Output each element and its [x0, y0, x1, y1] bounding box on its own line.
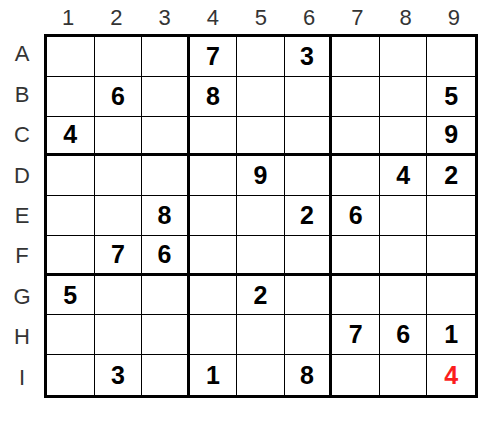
cell-E6[interactable]: 2 — [285, 196, 333, 236]
cell-H5[interactable] — [237, 315, 285, 355]
cell-F7[interactable] — [332, 236, 380, 276]
cell-F4[interactable] — [190, 236, 238, 276]
cell-I5[interactable] — [237, 355, 285, 395]
sudoku-page: 123456789 ABCDEFGHI 73685499428267652761… — [0, 0, 498, 421]
cell-I6[interactable]: 8 — [285, 355, 333, 395]
col-label-8: 8 — [382, 0, 430, 34]
cell-G3[interactable] — [142, 276, 190, 316]
cell-G6[interactable] — [285, 276, 333, 316]
col-label-9: 9 — [430, 0, 478, 34]
row-label-A: A — [0, 34, 44, 74]
cell-C8[interactable] — [380, 117, 428, 157]
cell-A5[interactable] — [237, 37, 285, 77]
cell-H3[interactable] — [142, 315, 190, 355]
row-label-D: D — [0, 155, 44, 195]
row-label-I: I — [0, 358, 44, 398]
cell-D1[interactable] — [47, 156, 95, 196]
cell-E1[interactable] — [47, 196, 95, 236]
cell-E5[interactable] — [237, 196, 285, 236]
cell-F1[interactable] — [47, 236, 95, 276]
cell-C4[interactable] — [190, 117, 238, 157]
cell-D3[interactable] — [142, 156, 190, 196]
cell-I3[interactable] — [142, 355, 190, 395]
cell-C3[interactable] — [142, 117, 190, 157]
cell-I4[interactable]: 1 — [190, 355, 238, 395]
cell-D8[interactable]: 4 — [380, 156, 428, 196]
cell-I7[interactable] — [332, 355, 380, 395]
cell-B8[interactable] — [380, 77, 428, 117]
row-label-H: H — [0, 317, 44, 357]
cell-G9[interactable] — [427, 276, 475, 316]
col-label-4: 4 — [189, 0, 237, 34]
sudoku-board: 736854994282676527613184 — [44, 34, 478, 398]
cell-F8[interactable] — [380, 236, 428, 276]
col-label-6: 6 — [285, 0, 333, 34]
cell-D4[interactable] — [190, 156, 238, 196]
cell-B3[interactable] — [142, 77, 190, 117]
cell-I2[interactable]: 3 — [95, 355, 143, 395]
cell-B2[interactable]: 6 — [95, 77, 143, 117]
row-label-C: C — [0, 115, 44, 155]
row-labels: ABCDEFGHI — [0, 34, 44, 398]
row-label-G: G — [0, 277, 44, 317]
cell-C5[interactable] — [237, 117, 285, 157]
cell-C2[interactable] — [95, 117, 143, 157]
cell-A9[interactable] — [427, 37, 475, 77]
cell-D2[interactable] — [95, 156, 143, 196]
cell-D9[interactable]: 2 — [427, 156, 475, 196]
cell-E2[interactable] — [95, 196, 143, 236]
cell-H8[interactable]: 6 — [380, 315, 428, 355]
cell-G5[interactable]: 2 — [237, 276, 285, 316]
cell-A3[interactable] — [142, 37, 190, 77]
cell-B6[interactable] — [285, 77, 333, 117]
cell-G8[interactable] — [380, 276, 428, 316]
cell-D7[interactable] — [332, 156, 380, 196]
cell-I1[interactable] — [47, 355, 95, 395]
row-label-E: E — [0, 196, 44, 236]
cell-G4[interactable] — [190, 276, 238, 316]
row-label-F: F — [0, 236, 44, 276]
cell-I8[interactable] — [380, 355, 428, 395]
cell-F3[interactable]: 6 — [142, 236, 190, 276]
cell-H4[interactable] — [190, 315, 238, 355]
cell-C1[interactable]: 4 — [47, 117, 95, 157]
cell-H9[interactable]: 1 — [427, 315, 475, 355]
cell-E7[interactable]: 6 — [332, 196, 380, 236]
cell-F5[interactable] — [237, 236, 285, 276]
cell-E3[interactable]: 8 — [142, 196, 190, 236]
cell-E4[interactable] — [190, 196, 238, 236]
cell-H6[interactable] — [285, 315, 333, 355]
cell-H2[interactable] — [95, 315, 143, 355]
cell-E8[interactable] — [380, 196, 428, 236]
cell-A1[interactable] — [47, 37, 95, 77]
cell-H1[interactable] — [47, 315, 95, 355]
cell-C7[interactable] — [332, 117, 380, 157]
cell-F2[interactable]: 7 — [95, 236, 143, 276]
cell-A4[interactable]: 7 — [190, 37, 238, 77]
cell-F6[interactable] — [285, 236, 333, 276]
cell-A2[interactable] — [95, 37, 143, 77]
cell-C9[interactable]: 9 — [427, 117, 475, 157]
cell-A8[interactable] — [380, 37, 428, 77]
cell-G2[interactable] — [95, 276, 143, 316]
cell-B4[interactable]: 8 — [190, 77, 238, 117]
cell-A7[interactable] — [332, 37, 380, 77]
cell-B1[interactable] — [47, 77, 95, 117]
column-labels: 123456789 — [44, 0, 478, 34]
col-label-1: 1 — [44, 0, 92, 34]
cell-G1[interactable]: 5 — [47, 276, 95, 316]
cell-B5[interactable] — [237, 77, 285, 117]
cell-D5[interactable]: 9 — [237, 156, 285, 196]
col-label-3: 3 — [140, 0, 188, 34]
cell-H7[interactable]: 7 — [332, 315, 380, 355]
col-label-5: 5 — [237, 0, 285, 34]
cell-B9[interactable]: 5 — [427, 77, 475, 117]
col-label-2: 2 — [92, 0, 140, 34]
cell-C6[interactable] — [285, 117, 333, 157]
cell-F9[interactable] — [427, 236, 475, 276]
cell-G7[interactable] — [332, 276, 380, 316]
col-label-7: 7 — [333, 0, 381, 34]
cell-I9[interactable]: 4 — [427, 355, 475, 395]
cell-B7[interactable] — [332, 77, 380, 117]
cell-E9[interactable] — [427, 196, 475, 236]
cell-D6[interactable] — [285, 156, 333, 196]
cell-A6[interactable]: 3 — [285, 37, 333, 77]
row-label-B: B — [0, 74, 44, 114]
